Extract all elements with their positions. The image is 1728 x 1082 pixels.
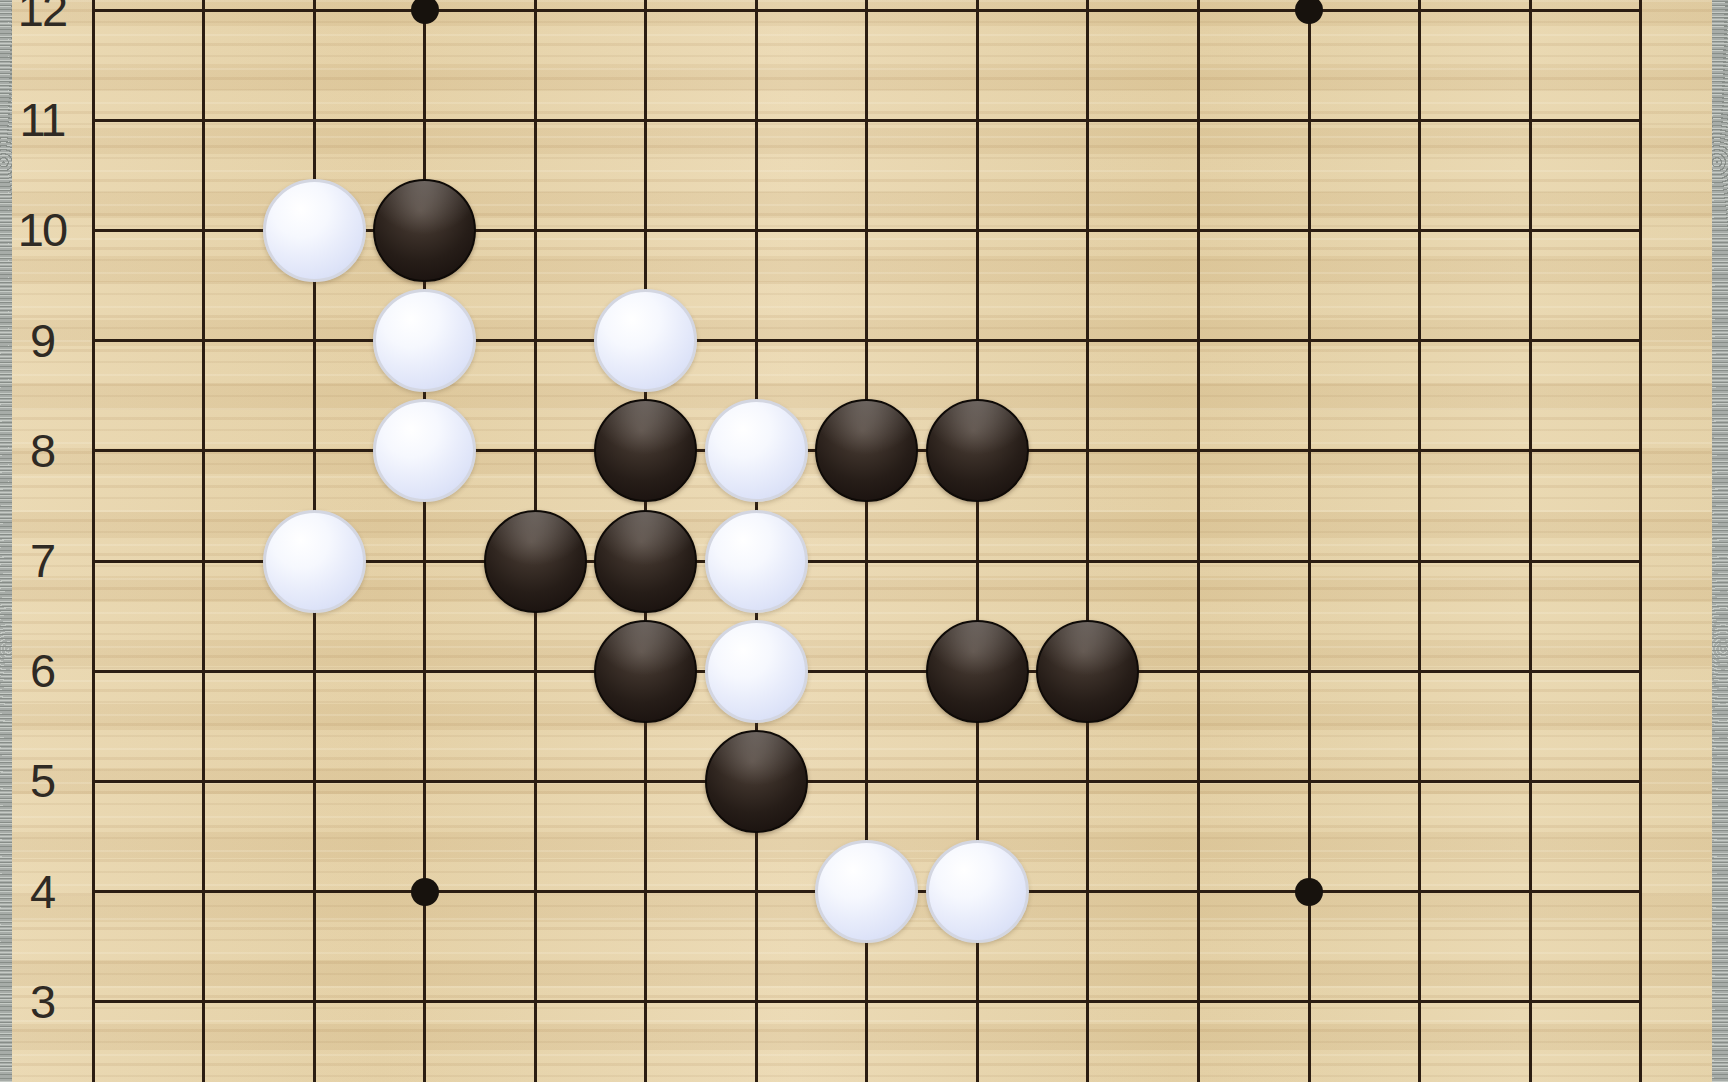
table-margin-left [0,0,12,1082]
grid-line-vertical [1086,0,1089,1082]
black-stone [484,510,587,613]
star-point [411,0,439,24]
row-coordinate-label: 9 [8,317,76,364]
grid-line-vertical [1529,0,1532,1082]
grid-line-vertical [202,0,205,1082]
row-coordinate-label: 4 [8,868,76,915]
white-stone [705,510,808,613]
grid-line-horizontal [92,9,1643,12]
white-stone [705,399,808,502]
white-stone [815,840,918,943]
black-stone [373,179,476,282]
row-coordinate-label: 12 [8,0,76,33]
row-coordinate-label: 5 [8,757,76,804]
row-coordinate-label: 8 [8,427,76,474]
black-stone [926,399,1029,502]
white-stone [373,399,476,502]
row-coordinate-label: 3 [8,978,76,1025]
black-stone [705,730,808,833]
black-stone [926,620,1029,723]
grid-line-horizontal [92,780,1643,783]
black-stone [594,510,697,613]
white-stone [926,840,1029,943]
row-coordinate-label: 6 [8,647,76,694]
grid-line-vertical [1418,0,1421,1082]
white-stone [705,620,808,723]
row-coordinate-label: 7 [8,537,76,584]
white-stone [263,179,366,282]
white-stone [373,289,476,392]
black-stone [594,399,697,502]
grid-line-horizontal [92,119,1643,122]
grid-line-vertical [1308,0,1311,1082]
grid-line-horizontal [92,1000,1643,1003]
white-stone [263,510,366,613]
black-stone [815,399,918,502]
star-point [1295,878,1323,906]
black-stone [1036,620,1139,723]
go-app-screen: 1211109876543 [0,0,1728,1082]
grid-line-horizontal [92,339,1643,342]
grid-line-vertical [1639,0,1642,1082]
grid-line-horizontal [92,670,1643,673]
grid-line-vertical [92,0,95,1082]
grid-line-vertical [1197,0,1200,1082]
star-point [1295,0,1323,24]
row-coordinate-label: 11 [8,96,76,143]
black-stone [594,620,697,723]
table-margin-right [1712,0,1728,1082]
white-stone [594,289,697,392]
star-point [411,878,439,906]
grid-line-vertical [423,0,426,1082]
row-coordinate-label: 10 [8,206,76,253]
